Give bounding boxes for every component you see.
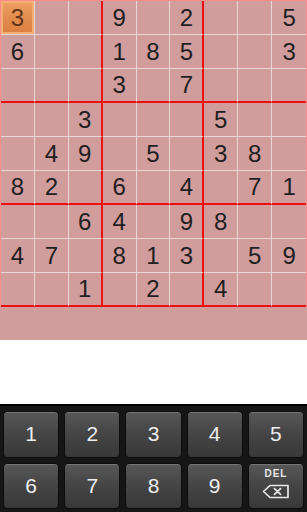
key-delete[interactable]: DEL xyxy=(248,463,304,510)
cell-r1c7[interactable] xyxy=(204,1,238,35)
cell-r9c2[interactable] xyxy=(35,273,69,307)
cell-r5c1[interactable] xyxy=(1,137,35,171)
key-3[interactable]: 3 xyxy=(125,411,181,458)
cell-r3c2[interactable] xyxy=(35,69,69,103)
cell-r6c6[interactable]: 4 xyxy=(170,171,204,205)
cell-r7c9[interactable] xyxy=(272,205,306,239)
cell-r7c1[interactable] xyxy=(1,205,35,239)
cell-r5c4[interactable] xyxy=(103,137,137,171)
cell-r8c5[interactable]: 1 xyxy=(137,239,171,273)
cell-r7c3[interactable]: 6 xyxy=(69,205,103,239)
cell-r6c5[interactable] xyxy=(137,171,171,205)
cell-r4c9[interactable] xyxy=(272,103,306,137)
cell-r5c3[interactable]: 9 xyxy=(69,137,103,171)
cell-r9c9[interactable] xyxy=(272,273,306,307)
cell-r3c8[interactable] xyxy=(238,69,272,103)
cell-r1c1[interactable]: 3 xyxy=(1,1,35,35)
cell-r9c4[interactable] xyxy=(103,273,137,307)
cell-r6c8[interactable]: 7 xyxy=(238,171,272,205)
cell-r5c6[interactable] xyxy=(170,137,204,171)
number-keypad: 123456789DEL xyxy=(0,404,307,512)
cell-r6c3[interactable] xyxy=(69,171,103,205)
sudoku-app: 39256185337354953882647164984781359124 1… xyxy=(0,0,307,512)
cell-r3c9[interactable] xyxy=(272,69,306,103)
cell-r1c8[interactable] xyxy=(238,1,272,35)
cell-r3c3[interactable] xyxy=(69,69,103,103)
cell-r8c1[interactable]: 4 xyxy=(1,239,35,273)
cell-r2c4[interactable]: 1 xyxy=(103,35,137,69)
cell-r2c7[interactable] xyxy=(204,35,238,69)
cell-r8c6[interactable]: 3 xyxy=(170,239,204,273)
cell-r2c6[interactable]: 5 xyxy=(170,35,204,69)
cell-r7c6[interactable]: 9 xyxy=(170,205,204,239)
key-5[interactable]: 5 xyxy=(248,411,304,458)
cell-r4c7[interactable]: 5 xyxy=(204,103,238,137)
key-8[interactable]: 8 xyxy=(125,463,181,510)
cell-r8c8[interactable]: 5 xyxy=(238,239,272,273)
cell-r4c5[interactable] xyxy=(137,103,171,137)
cell-r6c4[interactable]: 6 xyxy=(103,171,137,205)
cell-r9c5[interactable]: 2 xyxy=(137,273,171,307)
delete-label: DEL xyxy=(264,468,287,479)
key-4[interactable]: 4 xyxy=(187,411,243,458)
cell-r2c1[interactable]: 6 xyxy=(1,35,35,69)
cell-r3c6[interactable]: 7 xyxy=(170,69,204,103)
cell-r6c7[interactable] xyxy=(204,171,238,205)
cell-r7c2[interactable] xyxy=(35,205,69,239)
cell-r8c3[interactable] xyxy=(69,239,103,273)
cell-r9c6[interactable] xyxy=(170,273,204,307)
cell-r2c2[interactable] xyxy=(35,35,69,69)
cell-r5c8[interactable]: 8 xyxy=(238,137,272,171)
cell-r9c8[interactable] xyxy=(238,273,272,307)
cell-r7c7[interactable]: 8 xyxy=(204,205,238,239)
cell-r1c2[interactable] xyxy=(35,1,69,35)
cell-r2c8[interactable] xyxy=(238,35,272,69)
board-bottom-margin xyxy=(0,307,307,340)
cell-r7c5[interactable] xyxy=(137,205,171,239)
cell-r3c4[interactable]: 3 xyxy=(103,69,137,103)
cell-r5c7[interactable]: 3 xyxy=(204,137,238,171)
cell-r9c3[interactable]: 1 xyxy=(69,273,103,307)
cell-r8c7[interactable] xyxy=(204,239,238,273)
key-9[interactable]: 9 xyxy=(187,463,243,510)
cell-r1c9[interactable]: 5 xyxy=(272,1,306,35)
cell-r5c9[interactable] xyxy=(272,137,306,171)
cell-r8c4[interactable]: 8 xyxy=(103,239,137,273)
cell-r3c1[interactable] xyxy=(1,69,35,103)
cell-r5c2[interactable]: 4 xyxy=(35,137,69,171)
cell-r3c5[interactable] xyxy=(137,69,171,103)
cell-r4c1[interactable] xyxy=(1,103,35,137)
cell-r4c6[interactable] xyxy=(170,103,204,137)
cell-r1c5[interactable] xyxy=(137,1,171,35)
cell-r4c2[interactable] xyxy=(35,103,69,137)
cell-r9c1[interactable] xyxy=(1,273,35,307)
keypad-row: 6789DEL xyxy=(3,463,304,510)
key-2[interactable]: 2 xyxy=(64,411,120,458)
cell-r1c6[interactable]: 2 xyxy=(170,1,204,35)
backspace-icon xyxy=(262,480,290,504)
cell-r1c3[interactable] xyxy=(69,1,103,35)
cell-r2c9[interactable]: 3 xyxy=(272,35,306,69)
cell-r6c9[interactable]: 1 xyxy=(272,171,306,205)
cell-r8c2[interactable]: 7 xyxy=(35,239,69,273)
cell-r4c8[interactable] xyxy=(238,103,272,137)
key-6[interactable]: 6 xyxy=(3,463,59,510)
cell-r5c5[interactable]: 5 xyxy=(137,137,171,171)
sudoku-board: 39256185337354953882647164984781359124 xyxy=(0,0,307,307)
cell-r4c3[interactable]: 3 xyxy=(69,103,103,137)
cell-r4c4[interactable] xyxy=(103,103,137,137)
cell-r8c9[interactable]: 9 xyxy=(272,239,306,273)
cell-r7c8[interactable] xyxy=(238,205,272,239)
keypad-row: 12345 xyxy=(3,411,304,458)
key-7[interactable]: 7 xyxy=(64,463,120,510)
cell-r2c5[interactable]: 8 xyxy=(137,35,171,69)
cell-r7c4[interactable]: 4 xyxy=(103,205,137,239)
cell-r3c7[interactable] xyxy=(204,69,238,103)
key-1[interactable]: 1 xyxy=(3,411,59,458)
cell-r1c4[interactable]: 9 xyxy=(103,1,137,35)
cell-r2c3[interactable] xyxy=(69,35,103,69)
cell-r6c1[interactable]: 8 xyxy=(1,171,35,205)
cell-r6c2[interactable]: 2 xyxy=(35,171,69,205)
cell-r9c7[interactable]: 4 xyxy=(204,273,238,307)
